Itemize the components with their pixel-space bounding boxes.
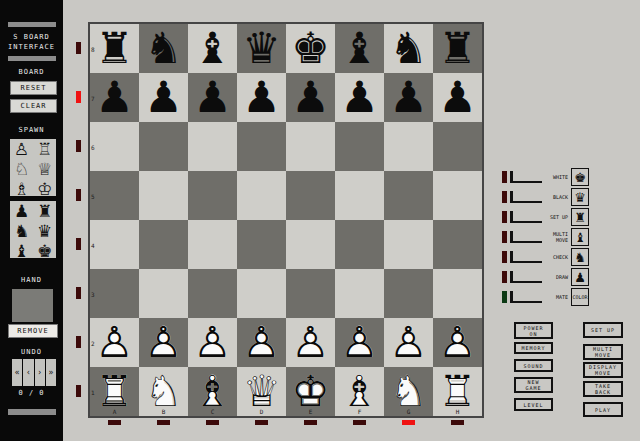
square-d1[interactable]: D♛♕ — [237, 367, 286, 416]
indicator-wire — [510, 171, 542, 183]
piece-black-bishop: ♝ — [335, 24, 384, 73]
indicator-wire — [510, 251, 542, 263]
indicator-led — [502, 231, 507, 243]
square-f7[interactable]: ♟ — [335, 73, 384, 122]
rank-label-3: 3 — [91, 290, 95, 297]
button-label: MOVE — [595, 352, 611, 358]
square-g1[interactable]: G♞♘ — [384, 367, 433, 416]
square-a6[interactable]: 6 — [90, 122, 139, 171]
status-indicator-panel: WHITE♚BLACK♛SET UP♜MULTI MOVE♝CHECK♞DRAW… — [502, 167, 602, 307]
spawn-black-knight[interactable]: ♞ — [10, 221, 33, 241]
file-led-d — [255, 420, 268, 425]
redo-button[interactable]: › — [35, 359, 45, 386]
piece-white-pawn: ♙ — [384, 318, 433, 367]
piece-white-pawn: ♙ — [237, 318, 286, 367]
square-d8[interactable]: ♛ — [237, 24, 286, 73]
square-e6[interactable] — [286, 122, 335, 171]
square-h7[interactable]: ♟ — [433, 73, 482, 122]
square-g2[interactable]: ♟♙ — [384, 318, 433, 367]
piece-black-pawn: ♟ — [286, 73, 335, 122]
reset-button[interactable]: RESET — [10, 81, 57, 95]
rank-led-2 — [76, 336, 81, 348]
divider-bar — [8, 409, 56, 415]
undo-button[interactable]: ‹ — [23, 359, 33, 386]
square-h2[interactable]: ♟♙ — [433, 318, 482, 367]
divider-bar — [8, 22, 56, 27]
square-b2[interactable]: ♟♙ — [139, 318, 188, 367]
indicator-wire — [510, 271, 542, 283]
piece-white-queen: ♕ — [237, 367, 286, 416]
piece-white-pawn: ♙ — [188, 318, 237, 367]
file-led-e — [304, 420, 317, 425]
rook-icon: ♜ — [571, 208, 589, 226]
square-e3[interactable] — [286, 269, 335, 318]
indicator-row-white: WHITE♚ — [502, 167, 602, 187]
piece-black-knight: ♞ — [384, 24, 433, 73]
file-led-h — [451, 420, 464, 425]
square-g3[interactable] — [384, 269, 433, 318]
board-section-label: BOARD — [0, 68, 63, 77]
square-e7[interactable]: ♟ — [286, 73, 335, 122]
indicator-led — [502, 211, 507, 223]
piece-white-king: ♔ — [286, 367, 335, 416]
square-h5[interactable] — [433, 171, 482, 220]
square-b6[interactable] — [139, 122, 188, 171]
indicator-row-black: BLACK♛ — [502, 187, 602, 207]
indicator-label: SET UP — [544, 214, 568, 220]
square-g4[interactable] — [384, 220, 433, 269]
piece-white-bishop: ♗ — [188, 367, 237, 416]
piece-black-pawn: ♟ — [384, 73, 433, 122]
indicator-label: BLACK — [544, 194, 568, 200]
piece-white-knight: ♘ — [139, 367, 188, 416]
square-c1[interactable]: C♝♗ — [188, 367, 237, 416]
rank-led-7 — [76, 91, 81, 103]
square-g6[interactable] — [384, 122, 433, 171]
square-b7[interactable]: ♟ — [139, 73, 188, 122]
indicator-label: MATE — [544, 294, 568, 300]
piece-white-pawn: ♙ — [335, 318, 384, 367]
square-a1[interactable]: 1A♜♖ — [90, 367, 139, 416]
bishop-icon: ♝ — [571, 228, 589, 246]
square-e4[interactable] — [286, 220, 335, 269]
square-e8[interactable]: ♚ — [286, 24, 335, 73]
rank-label-4: 4 — [91, 241, 95, 248]
indicator-wire — [510, 191, 542, 203]
file-led-c — [206, 420, 219, 425]
rank-led-5 — [76, 189, 81, 201]
hand-section-label: HAND — [0, 276, 63, 285]
square-h3[interactable] — [433, 269, 482, 318]
square-f8[interactable]: ♝ — [335, 24, 384, 73]
color-box: COLOR — [571, 288, 589, 306]
button-label: LEVEL — [523, 402, 543, 408]
button-label: PLAY — [595, 407, 611, 413]
square-b8[interactable]: ♞ — [139, 24, 188, 73]
piece-black-pawn: ♟ — [90, 73, 139, 122]
piece-black-pawn: ♟ — [237, 73, 286, 122]
indicator-wire — [510, 211, 542, 223]
indicator-wire — [510, 291, 542, 303]
square-h6[interactable] — [433, 122, 482, 171]
square-g8[interactable]: ♞ — [384, 24, 433, 73]
indicator-led — [502, 191, 507, 203]
piece-white-pawn: ♙ — [139, 318, 188, 367]
spawn-white-pawn[interactable]: ♙ — [10, 139, 33, 159]
square-a8[interactable]: 8♜ — [90, 24, 139, 73]
power-on-button[interactable]: POWERON — [514, 322, 553, 339]
take-back-button[interactable]: TAKEBACK — [583, 381, 623, 397]
piece-black-pawn: ♟ — [188, 73, 237, 122]
spawn-black-king[interactable]: ♚ — [33, 241, 56, 261]
square-g7[interactable]: ♟ — [384, 73, 433, 122]
square-a3[interactable]: 3 — [90, 269, 139, 318]
level-button[interactable]: LEVEL — [514, 398, 553, 411]
square-f4[interactable] — [335, 220, 384, 269]
indicator-row-draw: DRAW♟ — [502, 267, 602, 287]
piece-white-bishop: ♗ — [335, 367, 384, 416]
spawn-white-rook[interactable]: ♖ — [33, 139, 56, 159]
sidebar: S BOARD INTERFACE BOARD RESET CLEAR SPAW… — [0, 0, 63, 441]
square-d7[interactable]: ♟ — [237, 73, 286, 122]
undo-counter: 0 / 0 — [0, 389, 63, 398]
set-up-button[interactable]: SET UP — [583, 322, 623, 338]
square-e2[interactable]: ♟♙ — [286, 318, 335, 367]
square-h1[interactable]: H♜♖ — [433, 367, 482, 416]
square-c2[interactable]: ♟♙ — [188, 318, 237, 367]
rank-label-5: 5 — [91, 192, 95, 199]
memory-button[interactable]: MEMORY — [514, 342, 553, 354]
spawn-black-pawn[interactable]: ♟ — [10, 201, 33, 221]
indicator-wire — [510, 231, 542, 243]
piece-white-knight: ♘ — [384, 367, 433, 416]
indicator-label: DRAW — [544, 274, 568, 280]
spawn-black-bishop[interactable]: ♝ — [10, 241, 33, 261]
square-a4[interactable]: 4 — [90, 220, 139, 269]
sound-button[interactable]: SOUND — [514, 359, 553, 372]
square-a2[interactable]: 2♟♙ — [90, 318, 139, 367]
indicator-label: CHECK — [544, 254, 568, 260]
indicator-led — [502, 171, 507, 183]
piece-white-rook: ♖ — [90, 367, 139, 416]
piece-black-rook: ♜ — [90, 24, 139, 73]
new-game-button[interactable]: NEWGAME — [514, 377, 553, 393]
piece-white-pawn: ♙ — [90, 318, 139, 367]
rank-label-6: 6 — [91, 143, 95, 150]
rank-led-3 — [76, 287, 81, 299]
square-d4[interactable] — [237, 220, 286, 269]
button-label: SOUND — [523, 363, 543, 369]
spawn-black-panel: ♟♜♞♛♝♚ — [10, 201, 56, 258]
square-f3[interactable] — [335, 269, 384, 318]
square-d6[interactable] — [237, 122, 286, 171]
spawn-white-bishop[interactable]: ♗ — [10, 179, 33, 199]
square-e1[interactable]: E♚♔ — [286, 367, 335, 416]
piece-black-rook: ♜ — [433, 24, 482, 73]
square-a7[interactable]: 7♟ — [90, 73, 139, 122]
square-c8[interactable]: ♝ — [188, 24, 237, 73]
app-title-line2: INTERFACE — [0, 43, 63, 52]
pawn-icon: ♟ — [571, 268, 589, 286]
spawn-white-king[interactable]: ♔ — [33, 179, 56, 199]
multi-move-button[interactable]: MULTIMOVE — [583, 344, 623, 360]
undo-controls: «‹›» — [12, 359, 56, 386]
piece-black-pawn: ♟ — [139, 73, 188, 122]
rank-led-8 — [76, 42, 81, 54]
square-c6[interactable] — [188, 122, 237, 171]
rank-led-4 — [76, 238, 81, 250]
piece-white-pawn: ♙ — [433, 318, 482, 367]
rank-led-1 — [76, 385, 81, 397]
piece-black-knight: ♞ — [139, 24, 188, 73]
button-label: BACK — [595, 389, 611, 395]
indicator-led — [502, 291, 507, 303]
indicator-row-mate: MATECOLOR — [502, 287, 602, 307]
indicator-label: MULTI MOVE — [544, 231, 568, 243]
app-title-line1: S BOARD — [0, 33, 63, 42]
indicator-led — [502, 271, 507, 283]
piece-black-king: ♚ — [286, 24, 335, 73]
knight-icon: ♞ — [571, 248, 589, 266]
spawn-black-queen[interactable]: ♛ — [33, 221, 56, 241]
spawn-black-rook[interactable]: ♜ — [33, 201, 56, 221]
divider-bar — [8, 56, 56, 61]
button-label: MEMORY — [521, 345, 545, 351]
hand-slot[interactable] — [12, 289, 53, 322]
square-f1[interactable]: F♝♗ — [335, 367, 384, 416]
indicator-row-set-up: SET UP♜ — [502, 207, 602, 227]
display-move-button[interactable]: DISPLAYMOVE — [583, 362, 623, 378]
square-g5[interactable] — [384, 171, 433, 220]
undo-all-button[interactable]: « — [12, 359, 22, 386]
queen-icon: ♛ — [571, 188, 589, 206]
piece-black-pawn: ♟ — [433, 73, 482, 122]
piece-black-bishop: ♝ — [188, 24, 237, 73]
button-label: ON — [529, 331, 537, 337]
square-e5[interactable] — [286, 171, 335, 220]
file-led-b — [157, 420, 170, 425]
clear-button[interactable]: CLEAR — [10, 99, 57, 113]
square-h4[interactable] — [433, 220, 482, 269]
square-b4[interactable] — [139, 220, 188, 269]
file-led-f — [353, 420, 366, 425]
king-icon: ♚ — [571, 168, 589, 186]
square-h8[interactable]: ♜ — [433, 24, 482, 73]
spawn-section-label: SPAWN — [0, 126, 63, 135]
file-led-g — [402, 420, 415, 425]
piece-white-pawn: ♙ — [286, 318, 335, 367]
play-button[interactable]: PLAY — [583, 402, 623, 417]
indicator-label: WHITE — [544, 174, 568, 180]
square-c5[interactable] — [188, 171, 237, 220]
chess-board: 8♜♞♝♛♚♝♞♜7♟♟♟♟♟♟♟♟65432♟♙♟♙♟♙♟♙♟♙♟♙♟♙♟♙1… — [88, 22, 484, 418]
square-d5[interactable] — [237, 171, 286, 220]
square-b1[interactable]: B♞♘ — [139, 367, 188, 416]
spawn-white-knight[interactable]: ♘ — [10, 159, 33, 179]
indicator-row-multi: MULTI MOVE♝ — [502, 227, 602, 247]
button-label: GAME — [525, 385, 541, 391]
piece-white-rook: ♖ — [433, 367, 482, 416]
redo-all-button[interactable]: » — [46, 359, 56, 386]
indicator-row-check: CHECK♞ — [502, 247, 602, 267]
button-label: MOVE — [595, 370, 611, 376]
spawn-white-panel: ♙♖♘♕♗♔ — [10, 139, 56, 196]
square-c7[interactable]: ♟ — [188, 73, 237, 122]
square-b5[interactable] — [139, 171, 188, 220]
square-f2[interactable]: ♟♙ — [335, 318, 384, 367]
piece-black-queen: ♛ — [237, 24, 286, 73]
indicator-led — [502, 251, 507, 263]
square-f6[interactable] — [335, 122, 384, 171]
square-d2[interactable]: ♟♙ — [237, 318, 286, 367]
button-label: SET UP — [591, 327, 615, 333]
rank-led-6 — [76, 140, 81, 152]
square-d3[interactable] — [237, 269, 286, 318]
remove-button[interactable]: REMOVE — [8, 324, 58, 338]
undo-section-label: UNDO — [0, 348, 63, 357]
spawn-white-queen[interactable]: ♕ — [33, 159, 56, 179]
square-b3[interactable] — [139, 269, 188, 318]
square-f5[interactable] — [335, 171, 384, 220]
chess-board-interface: S BOARD INTERFACE BOARD RESET CLEAR SPAW… — [0, 0, 640, 441]
file-led-a — [108, 420, 121, 425]
square-c3[interactable] — [188, 269, 237, 318]
square-c4[interactable] — [188, 220, 237, 269]
square-a5[interactable]: 5 — [90, 171, 139, 220]
piece-black-pawn: ♟ — [335, 73, 384, 122]
